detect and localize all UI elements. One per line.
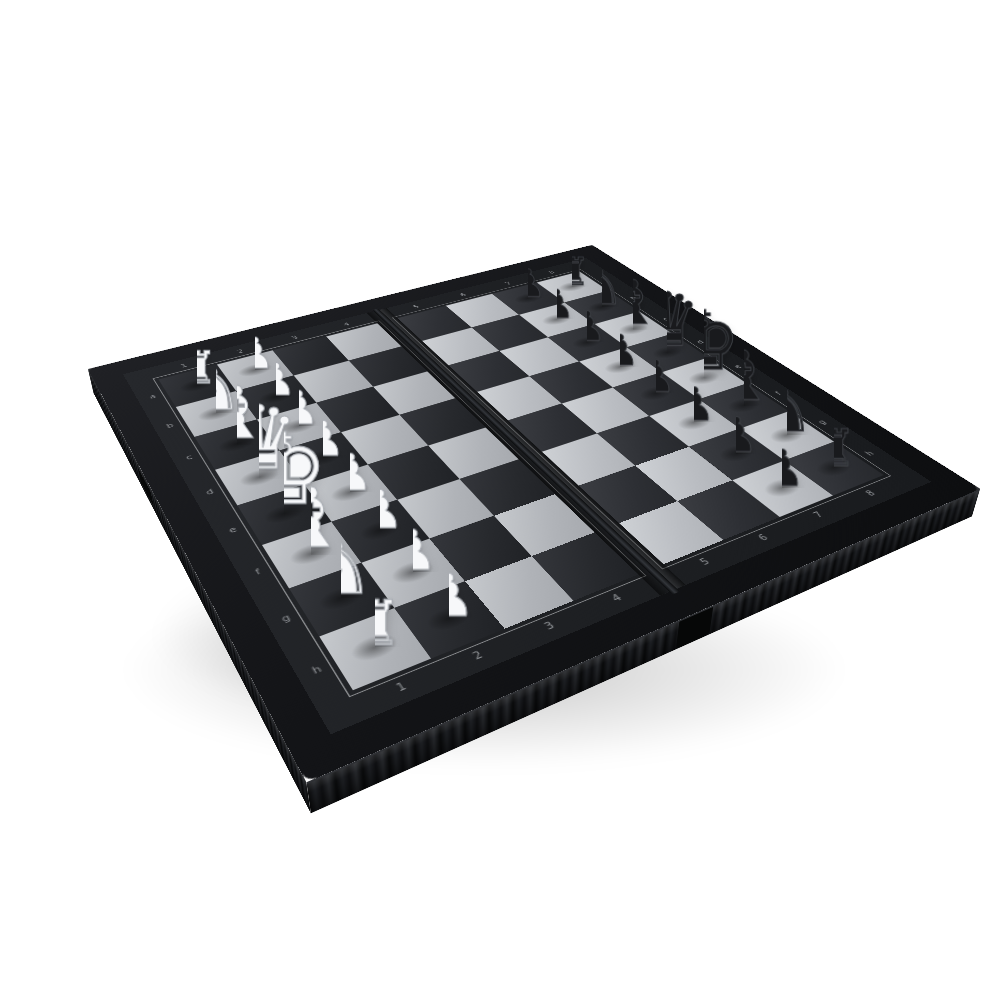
file-label-a: a [148, 394, 157, 400]
rank-label-1-near: 1 [395, 681, 409, 693]
square-g4[interactable] [494, 494, 595, 556]
black-pawn[interactable]: ♟ [636, 354, 675, 398]
rank-label-7-near: 7 [812, 511, 825, 519]
rank-label-8-near: 8 [864, 490, 877, 498]
clasp-tab [138, 468, 154, 506]
piece-billboard: ♜ [834, 417, 880, 468]
white-rook[interactable]: ♜ [346, 591, 402, 654]
product-photo-scene: ♜♟♟♜♞♟♟♞♝♟♟♝♛♟♟♛♚♟♟♚♝♟♟♝♞♟♟♞♜♟♟♜ aabbccd… [0, 0, 1000, 1000]
square-h1[interactable]: ♜ [319, 608, 431, 690]
file-label-d: d [205, 488, 215, 496]
black-pawn[interactable]: ♟ [569, 306, 606, 347]
black-pawn[interactable]: ♟ [715, 411, 758, 459]
file-label-e: e [228, 526, 239, 534]
rank-label-2-near: 2 [471, 650, 485, 661]
rank-label-5: 5 [412, 305, 421, 310]
rank-label-4-near: 4 [610, 593, 624, 603]
file-label-c: c [185, 454, 194, 461]
file-label-h: h [310, 664, 323, 676]
rank-label-4: 4 [343, 322, 352, 327]
rank-label-5-near: 5 [698, 557, 712, 566]
square-g5[interactable] [579, 466, 677, 523]
rank-label-3-near: 3 [543, 621, 557, 632]
file-label-f: f [254, 568, 262, 576]
piece-billboard: ♟ [449, 560, 501, 619]
black-pawn[interactable]: ♟ [674, 381, 715, 427]
piece-billboard: ♟ [782, 438, 827, 488]
black-pawn[interactable]: ♟ [601, 329, 639, 371]
piece-billboard: ♜ [375, 584, 431, 647]
black-pawn[interactable]: ♟ [760, 443, 805, 493]
file-label-g: g [280, 613, 292, 623]
rank-label-6: 6 [459, 293, 468, 297]
file-label-b: b [166, 423, 175, 429]
rank-label-6-near: 6 [757, 533, 770, 542]
